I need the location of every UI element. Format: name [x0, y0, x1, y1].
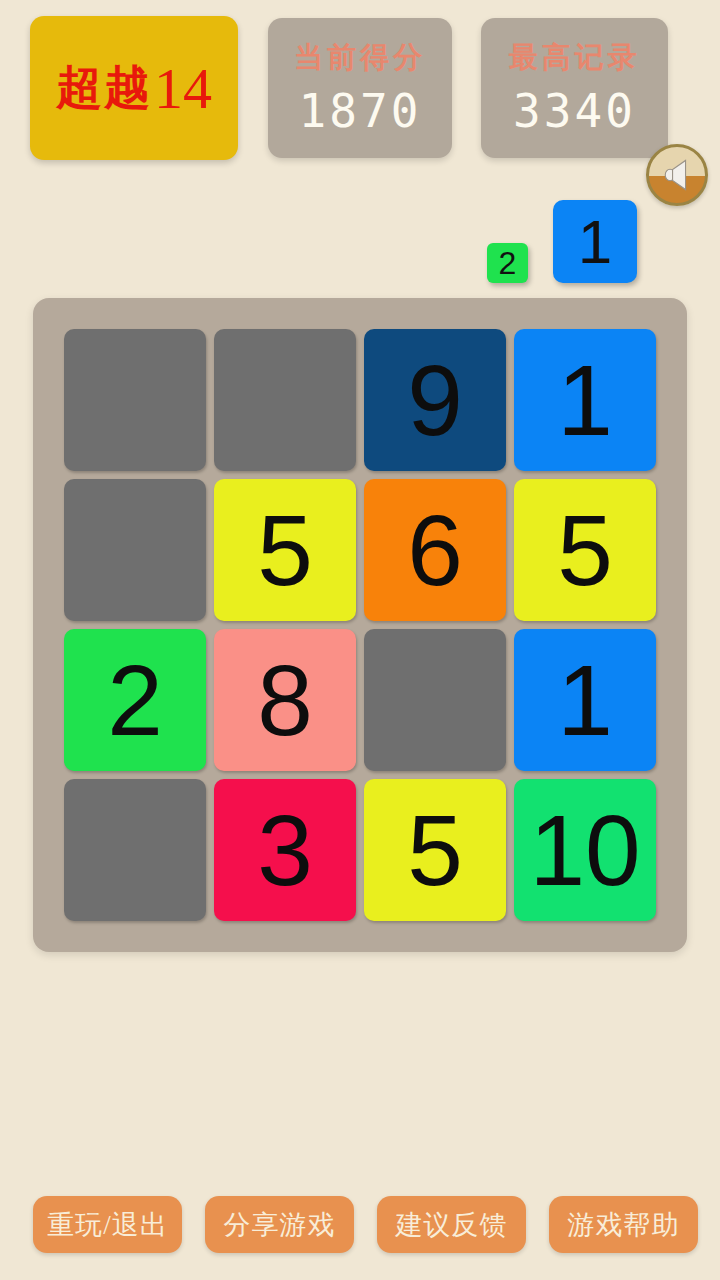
goal-badge: 超越 14: [30, 16, 238, 160]
game-board[interactable]: 915652813510: [33, 298, 687, 952]
board-cell-r3c1-tile-2: 2: [64, 629, 206, 771]
sound-toggle-button[interactable]: [646, 144, 708, 206]
feedback-button[interactable]: 建议反馈: [377, 1196, 526, 1253]
board-cell-r3c2-tile-8: 8: [214, 629, 356, 771]
board-cell-r1c1-empty: [64, 329, 206, 471]
board-cell-r2c2-tile-5: 5: [214, 479, 356, 621]
game-help-button[interactable]: 游戏帮助: [549, 1196, 698, 1253]
board-cell-r4c2-tile-3: 3: [214, 779, 356, 921]
share-game-button[interactable]: 分享游戏: [205, 1196, 354, 1253]
board-cell-r4c3-tile-5: 5: [364, 779, 506, 921]
best-score-box: 最高记录 3340: [481, 18, 668, 158]
best-score-label: 最高记录: [481, 38, 668, 78]
goal-badge-number: 14: [154, 55, 212, 122]
board-cell-r2c3-tile-6: 6: [364, 479, 506, 621]
current-score-value: 1870: [268, 84, 452, 138]
board-cell-r2c4-tile-5: 5: [514, 479, 656, 621]
board-cell-r4c1-empty: [64, 779, 206, 921]
goal-badge-prefix: 超越: [56, 57, 152, 119]
board-cell-r1c2-empty: [214, 329, 356, 471]
best-score-value: 3340: [481, 84, 668, 138]
current-score-box: 当前得分 1870: [268, 18, 452, 158]
current-score-label: 当前得分: [268, 38, 452, 78]
next-tile-large: 1: [553, 200, 637, 283]
speaker-icon: [658, 156, 696, 194]
board-cell-r3c4-tile-1: 1: [514, 629, 656, 771]
board-cell-r3c3-empty: [364, 629, 506, 771]
board-cell-r2c1-empty: [64, 479, 206, 621]
board-cell-r1c3-tile-9: 9: [364, 329, 506, 471]
board-cell-r1c4-tile-1: 1: [514, 329, 656, 471]
next-tile-small: 2: [487, 243, 528, 283]
board-cell-r4c4-tile-10: 10: [514, 779, 656, 921]
replay-exit-button[interactable]: 重玩/退出: [33, 1196, 182, 1253]
